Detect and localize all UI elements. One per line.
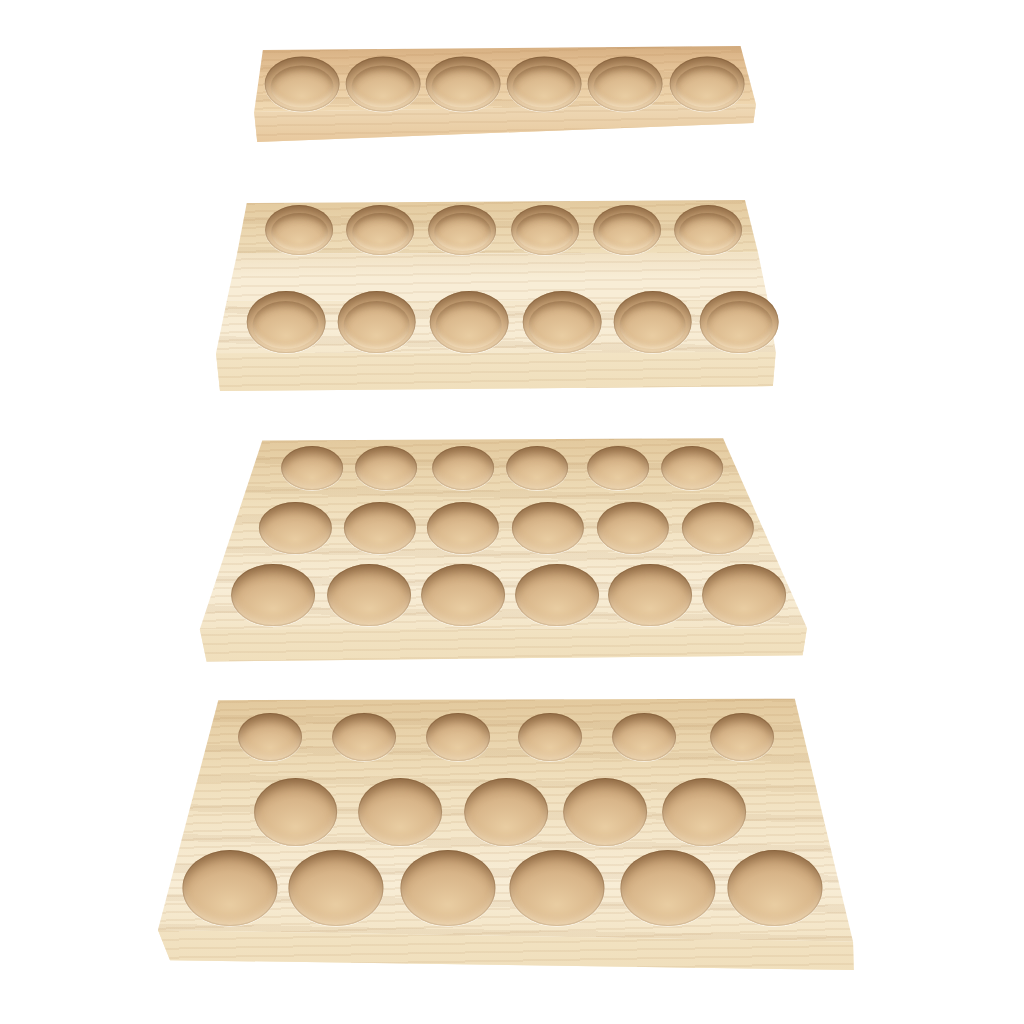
pit-tray-3-r1c6[interactable] [661,446,723,490]
pit-tray-4-r1c2[interactable] [332,713,396,761]
pit-tray-1-r1c2[interactable] [346,57,421,112]
pit-tray-2-r1c5[interactable] [593,205,661,255]
board-2x6-stepped [212,196,782,392]
pit-tray-3-r3c3[interactable] [421,564,505,626]
pit-tray-4-r2c1[interactable] [254,778,338,846]
pit-tray-4-r1c6[interactable] [710,713,774,761]
pit-tray-2-r1c4[interactable] [511,205,579,255]
pit-tray-3-r1c2[interactable] [355,446,417,490]
pit-tray-3-r1c5[interactable] [587,446,649,490]
pit-tray-4-r2c4[interactable] [563,778,647,846]
pit-tray-2-r2c6[interactable] [700,291,779,353]
pit-tray-1-r1c6[interactable] [669,57,744,112]
pit-tray-4-r3c2[interactable] [289,850,384,926]
pit-tray-2-r2c1[interactable] [247,291,326,353]
pit-tray-4-r3c5[interactable] [620,850,715,926]
pit-tray-4-r1c3[interactable] [426,713,490,761]
pit-tray-3-r3c6[interactable] [702,564,786,626]
pit-tray-3-r3c4[interactable] [515,564,599,626]
board-3x6-flat [198,436,810,662]
pit-tray-1-r1c5[interactable] [587,57,662,112]
pit-tray-4-r3c4[interactable] [509,850,604,926]
pit-tray-3-r2c3[interactable] [427,502,499,554]
pit-tray-3-r3c5[interactable] [608,564,692,626]
board-4-pit-grid [148,696,858,972]
pit-tray-3-r3c2[interactable] [327,564,411,626]
pit-tray-2-r1c2[interactable] [346,205,414,255]
board-1x6-single-row [248,44,760,144]
board-2-pit-grid [212,196,782,392]
pit-tray-3-r2c5[interactable] [597,502,669,554]
pit-tray-4-r1c1[interactable] [238,713,302,761]
pit-tray-3-r2c6[interactable] [682,502,754,554]
pit-tray-3-r2c4[interactable] [512,502,584,554]
pit-tray-4-r2c5[interactable] [662,778,746,846]
pit-tray-2-r1c1[interactable] [265,205,333,255]
pit-tray-4-r1c5[interactable] [612,713,676,761]
pit-tray-1-r1c3[interactable] [426,57,501,112]
pit-tray-4-r3c1[interactable] [182,850,277,926]
board-3-pit-grid [198,436,810,662]
pit-tray-2-r1c3[interactable] [428,205,496,255]
pit-tray-2-r1c6[interactable] [674,205,742,255]
pit-tray-4-r3c3[interactable] [401,850,496,926]
pit-tray-2-r2c5[interactable] [613,291,692,353]
board-1-pit-grid [248,44,760,144]
product-photo-scene [0,0,1024,1024]
pit-tray-4-r2c3[interactable] [464,778,548,846]
pit-tray-3-r1c1[interactable] [281,446,343,490]
pit-tray-2-r2c3[interactable] [430,291,509,353]
pit-tray-4-r3c6[interactable] [727,850,822,926]
pit-tray-4-r1c4[interactable] [518,713,582,761]
pit-tray-2-r2c4[interactable] [523,291,602,353]
pit-tray-3-r1c3[interactable] [432,446,494,490]
pit-tray-4-r2c2[interactable] [358,778,442,846]
pit-tray-2-r2c2[interactable] [337,291,416,353]
pit-tray-3-r3c1[interactable] [231,564,315,626]
pit-tray-1-r1c4[interactable] [507,57,582,112]
pit-tray-3-r2c2[interactable] [344,502,416,554]
pit-tray-1-r1c1[interactable] [264,57,339,112]
board-6-5-6-flat [148,696,858,972]
pit-tray-3-r1c4[interactable] [506,446,568,490]
pit-tray-3-r2c1[interactable] [259,502,331,554]
